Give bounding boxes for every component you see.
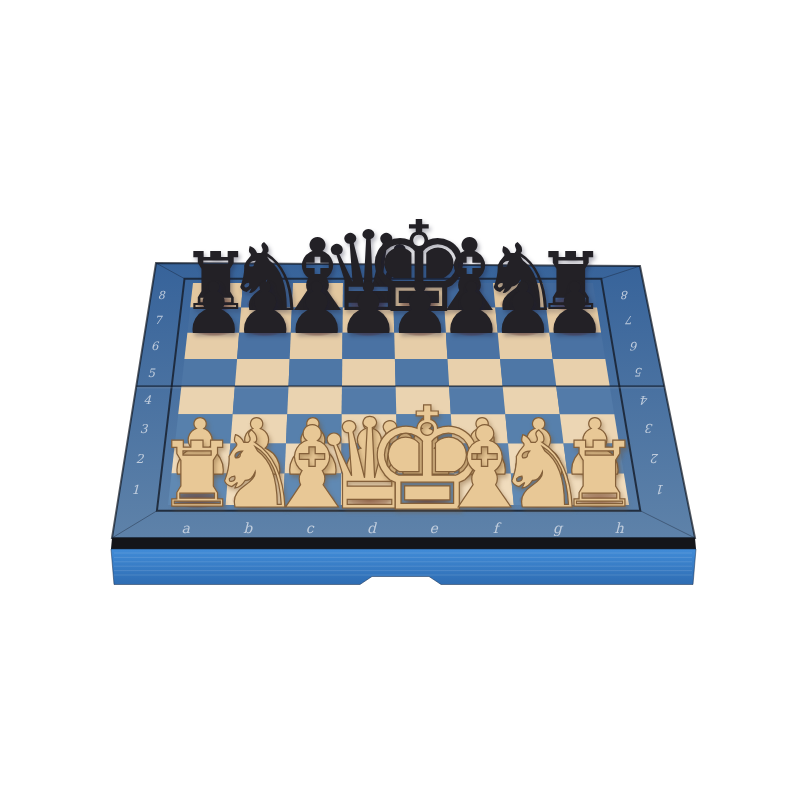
- piece-white-rook-h1[interactable]: ♜: [559, 430, 640, 520]
- chess-set-photo: abcdefgh8765432187654321 ♜♞♝♛♚♝♞♜♟♟♟♟♟♟♟…: [0, 0, 800, 800]
- piece-black-pawn-h7[interactable]: ♟: [543, 274, 606, 345]
- pieces-layer: ♜♞♝♛♚♝♞♜♟♟♟♟♟♟♟♟♟♟♟♟♟♟♟♟♜♞♝♛♚♝♞♜: [0, 0, 800, 800]
